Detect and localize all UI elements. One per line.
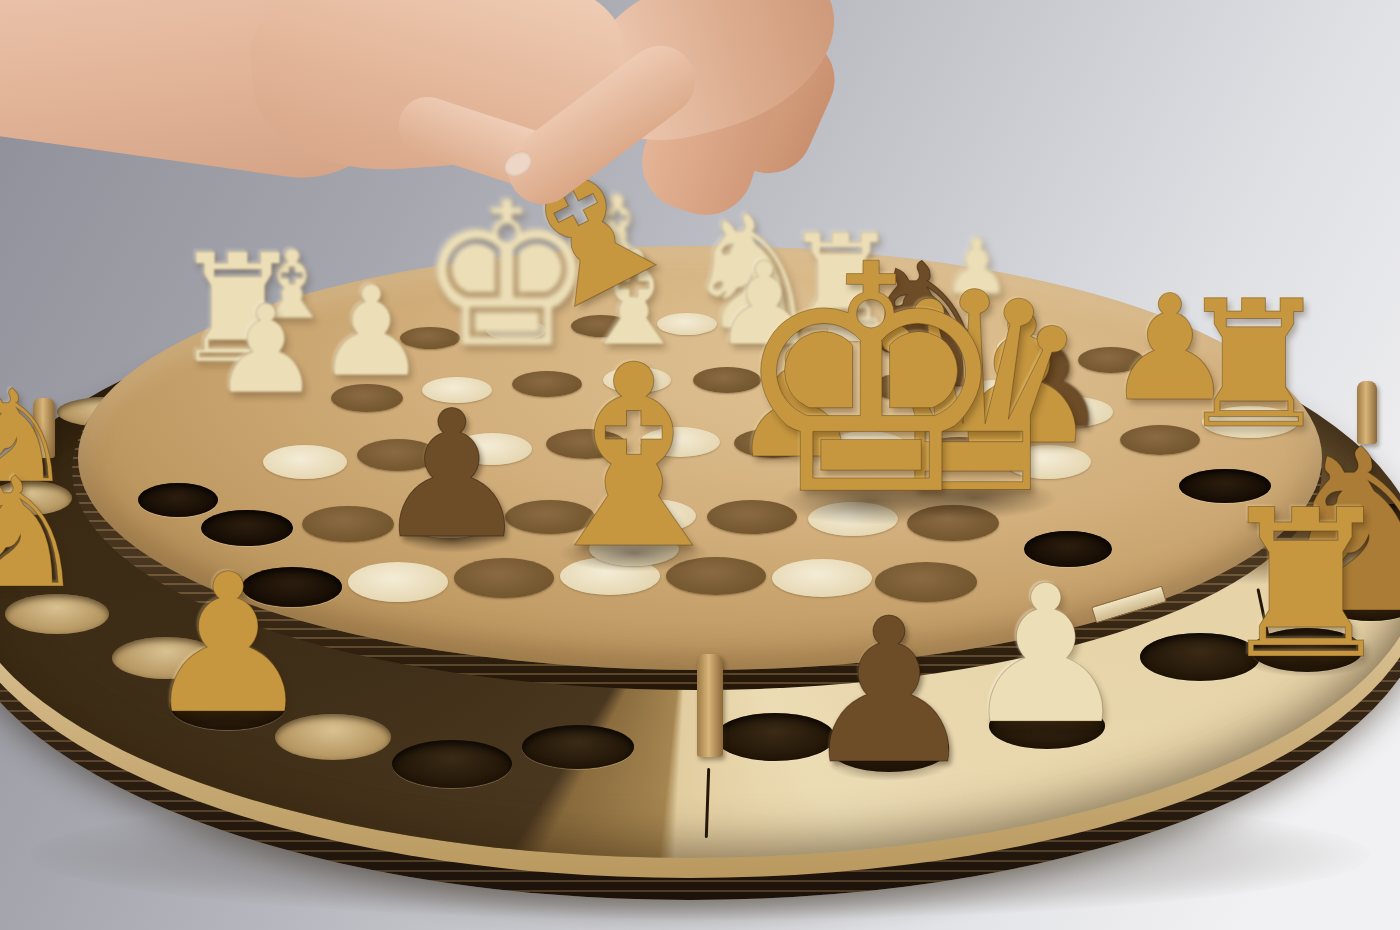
piece-gold-knight[interactable]: ♞	[20, 594, 156, 713]
board-spot	[138, 483, 218, 517]
piece-gold-pawn[interactable]: ♟	[228, 720, 400, 870]
piece-gold-bishop[interactable]: ♝	[585, 302, 760, 454]
wooden-peg[interactable]	[697, 654, 723, 757]
player-hand	[0, 0, 900, 320]
piece-cream-pawn[interactable]: ♟	[266, 398, 375, 493]
ring-socket	[392, 740, 512, 788]
ring-socket	[522, 725, 634, 769]
piece-walnut-pawn[interactable]: ♟	[889, 770, 1068, 926]
photo-scene: ♜♝♟♟♚♝♝♞♟♜♟♟♝♚♛♝♟♟♟♜♞♜♟♞♞♞♟♟♟	[0, 0, 1400, 930]
piece-gold-rook[interactable]: ♜	[1306, 666, 1400, 826]
piece-cream-pawn[interactable]: ♟	[1046, 730, 1216, 878]
